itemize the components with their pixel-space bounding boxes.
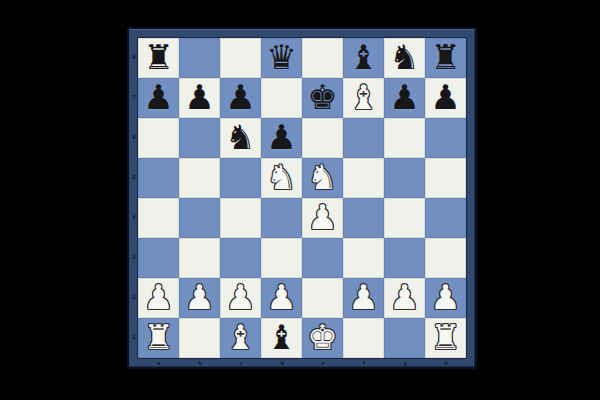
square-a3[interactable] <box>138 238 179 278</box>
white-pawn[interactable]: ♟ <box>307 197 337 237</box>
square-h4[interactable] <box>425 198 466 238</box>
file-label-e: e <box>319 361 327 366</box>
square-b4[interactable] <box>179 198 220 238</box>
square-g3[interactable] <box>384 238 425 278</box>
white-rook[interactable]: ♜ <box>143 317 173 357</box>
file-label-a: a <box>155 361 163 366</box>
square-a5[interactable] <box>138 158 179 198</box>
black-pawn[interactable]: ♟ <box>389 77 419 117</box>
square-b7[interactable]: ♟ <box>179 78 220 118</box>
file-label-g: g <box>401 361 409 366</box>
white-pawn[interactable]: ♟ <box>143 277 173 317</box>
square-e4[interactable]: ♟ <box>302 198 343 238</box>
square-g5[interactable] <box>384 158 425 198</box>
square-d2[interactable]: ♟ <box>261 278 302 318</box>
square-g6[interactable] <box>384 118 425 158</box>
square-f2[interactable]: ♟ <box>343 278 384 318</box>
rank-label-6: 6 <box>131 135 137 140</box>
square-d4[interactable] <box>261 198 302 238</box>
white-pawn[interactable]: ♟ <box>184 277 214 317</box>
file-label-c: c <box>237 361 245 366</box>
black-king[interactable]: ♚ <box>307 77 337 117</box>
square-a8[interactable]: ♜ <box>138 38 179 78</box>
square-e2[interactable] <box>302 278 343 318</box>
white-pawn[interactable]: ♟ <box>225 277 255 317</box>
black-bishop[interactable]: ♝ <box>348 37 378 77</box>
white-bishop[interactable]: ♝ <box>348 77 378 117</box>
square-b8[interactable] <box>179 38 220 78</box>
white-knight[interactable]: ♞ <box>266 157 296 197</box>
square-c5[interactable] <box>220 158 261 198</box>
black-knight[interactable]: ♞ <box>389 37 419 77</box>
square-b2[interactable]: ♟ <box>179 278 220 318</box>
square-f8[interactable]: ♝ <box>343 38 384 78</box>
square-h8[interactable]: ♜ <box>425 38 466 78</box>
file-label-h: h <box>442 361 450 366</box>
black-pawn[interactable]: ♟ <box>184 77 214 117</box>
white-bishop[interactable]: ♝ <box>225 317 255 357</box>
square-a6[interactable] <box>138 118 179 158</box>
rank-label-4: 4 <box>131 215 137 220</box>
rank-label-3: 3 <box>131 255 137 260</box>
square-h5[interactable] <box>425 158 466 198</box>
square-c7[interactable]: ♟ <box>220 78 261 118</box>
square-h7[interactable]: ♟ <box>425 78 466 118</box>
rank-label-8: 8 <box>131 55 137 60</box>
square-g2[interactable]: ♟ <box>384 278 425 318</box>
square-c3[interactable] <box>220 238 261 278</box>
board-grid: ♜♛♝♞♜♟♟♟♚♝♟♟♞♟♞♞♟♟♟♟♟♟♟♟♜♝♝♚♜ <box>138 38 466 358</box>
black-queen[interactable]: ♛ <box>266 37 296 77</box>
square-g8[interactable]: ♞ <box>384 38 425 78</box>
square-b1[interactable] <box>179 318 220 358</box>
square-d1[interactable]: ♝ <box>261 318 302 358</box>
square-f1[interactable] <box>343 318 384 358</box>
square-h3[interactable] <box>425 238 466 278</box>
black-pawn[interactable]: ♟ <box>430 77 460 117</box>
square-h1[interactable]: ♜ <box>425 318 466 358</box>
square-e8[interactable] <box>302 38 343 78</box>
file-label-d: d <box>278 361 286 366</box>
file-label-f: f <box>360 361 368 366</box>
square-c4[interactable] <box>220 198 261 238</box>
white-pawn[interactable]: ♟ <box>266 277 296 317</box>
square-h2[interactable]: ♟ <box>425 278 466 318</box>
rank-label-1: 1 <box>131 335 137 340</box>
white-knight[interactable]: ♞ <box>307 157 337 197</box>
rank-label-7: 7 <box>131 95 137 100</box>
square-d5[interactable]: ♞ <box>261 158 302 198</box>
square-c6[interactable]: ♞ <box>220 118 261 158</box>
square-g1[interactable] <box>384 318 425 358</box>
black-bishop[interactable]: ♝ <box>266 317 296 357</box>
square-g7[interactable]: ♟ <box>384 78 425 118</box>
white-pawn[interactable]: ♟ <box>389 277 419 317</box>
black-pawn[interactable]: ♟ <box>266 117 296 157</box>
white-pawn[interactable]: ♟ <box>430 277 460 317</box>
square-d6[interactable]: ♟ <box>261 118 302 158</box>
square-e6[interactable] <box>302 118 343 158</box>
square-b3[interactable] <box>179 238 220 278</box>
black-rook[interactable]: ♜ <box>430 37 460 77</box>
square-b5[interactable] <box>179 158 220 198</box>
square-f4[interactable] <box>343 198 384 238</box>
black-pawn[interactable]: ♟ <box>225 77 255 117</box>
square-b6[interactable] <box>179 118 220 158</box>
rank-label-2: 2 <box>131 295 137 300</box>
square-f5[interactable] <box>343 158 384 198</box>
square-e1[interactable]: ♚ <box>302 318 343 358</box>
black-knight[interactable]: ♞ <box>225 117 255 157</box>
square-e5[interactable]: ♞ <box>302 158 343 198</box>
video-frame: ♜♛♝♞♜♟♟♟♚♝♟♟♞♟♞♞♟♟♟♟♟♟♟♟♜♝♝♚♜ 87654321ab… <box>0 0 600 400</box>
white-pawn[interactable]: ♟ <box>348 277 378 317</box>
square-e3[interactable] <box>302 238 343 278</box>
black-pawn[interactable]: ♟ <box>143 77 173 117</box>
square-d8[interactable]: ♛ <box>261 38 302 78</box>
square-g4[interactable] <box>384 198 425 238</box>
square-f6[interactable] <box>343 118 384 158</box>
square-f3[interactable] <box>343 238 384 278</box>
square-e7[interactable]: ♚ <box>302 78 343 118</box>
square-c1[interactable]: ♝ <box>220 318 261 358</box>
square-h6[interactable] <box>425 118 466 158</box>
square-f7[interactable]: ♝ <box>343 78 384 118</box>
file-label-b: b <box>196 361 204 366</box>
square-c2[interactable]: ♟ <box>220 278 261 318</box>
square-a1[interactable]: ♜ <box>138 318 179 358</box>
square-c8[interactable] <box>220 38 261 78</box>
black-rook[interactable]: ♜ <box>143 37 173 77</box>
white-king[interactable]: ♚ <box>307 317 337 357</box>
square-a2[interactable]: ♟ <box>138 278 179 318</box>
square-d3[interactable] <box>261 238 302 278</box>
square-a7[interactable]: ♟ <box>138 78 179 118</box>
white-rook[interactable]: ♜ <box>430 317 460 357</box>
rank-label-5: 5 <box>131 175 137 180</box>
square-a4[interactable] <box>138 198 179 238</box>
chess-board: ♜♛♝♞♜♟♟♟♚♝♟♟♞♟♞♞♟♟♟♟♟♟♟♟♜♝♝♚♜ 87654321ab… <box>127 27 477 369</box>
square-d7[interactable] <box>261 78 302 118</box>
